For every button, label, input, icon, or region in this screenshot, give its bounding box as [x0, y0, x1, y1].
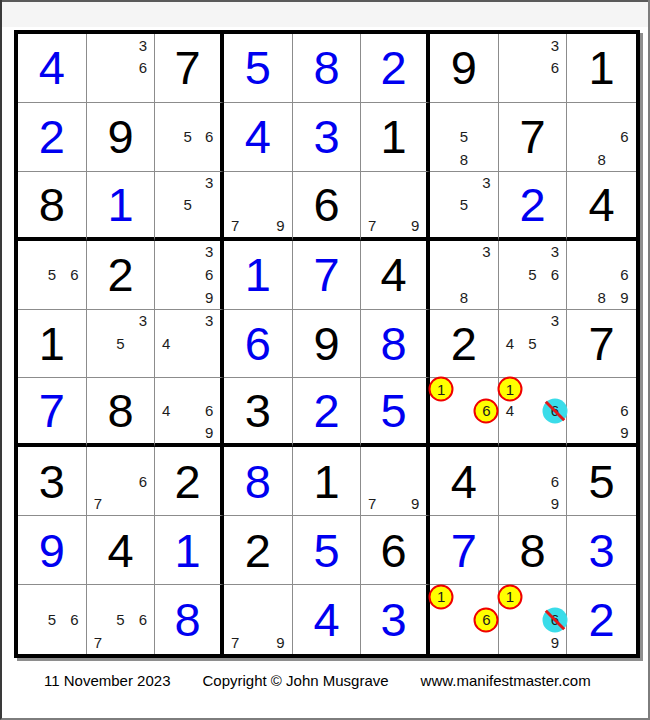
candidate-5: 5 — [521, 263, 544, 286]
empty-candidate-slot — [430, 215, 453, 237]
cell-r1c6[interactable]: 2 — [361, 34, 430, 103]
cell-r9c5[interactable]: 4 — [293, 585, 362, 654]
cell-r4c8[interactable]: 356 — [499, 241, 568, 310]
candidate-digit: 9 — [551, 634, 559, 651]
cell-r6c2[interactable]: 8 — [87, 378, 156, 447]
cell-r1c8[interactable]: 36 — [499, 34, 568, 103]
candidate-9: 9 — [198, 422, 220, 444]
candidate-digit: 9 — [276, 217, 284, 234]
empty-candidate-slot — [475, 263, 498, 286]
given-digit: 6 — [313, 181, 339, 228]
solved-digit: 8 — [175, 596, 201, 643]
empty-candidate-slot — [155, 263, 177, 286]
candidate-digit: 5 — [116, 335, 124, 352]
empty-candidate-slot — [269, 608, 292, 631]
candidate-digit: 9 — [620, 424, 628, 441]
empty-candidate-slot — [155, 215, 177, 237]
pencil-marks: 35 — [430, 172, 498, 237]
solved-digit: 3 — [381, 596, 407, 643]
cell-r8c4[interactable]: 2 — [224, 516, 293, 585]
cell-r4c9[interactable]: 689 — [567, 241, 636, 310]
empty-candidate-slot — [521, 422, 544, 444]
candidate-digit: 6 — [205, 128, 213, 145]
cell-r5c3[interactable]: 34 — [155, 310, 224, 379]
cell-r3c8[interactable]: 2 — [499, 172, 568, 241]
candidate-3: 3 — [544, 310, 567, 333]
cell-r8c6[interactable]: 6 — [361, 516, 430, 585]
candidate-9: 9 — [613, 422, 636, 444]
candidate-digit: 3 — [139, 37, 147, 54]
pencil-marks: 69 — [499, 447, 567, 515]
cell-r4c7[interactable]: 38 — [430, 241, 499, 310]
empty-candidate-slot — [155, 310, 177, 333]
cell-r8c8[interactable]: 8 — [499, 516, 568, 585]
cell-r7c4[interactable]: 8 — [224, 447, 293, 516]
candidate-digit: 7 — [94, 495, 102, 512]
empty-candidate-slot — [247, 193, 270, 215]
cell-r9c6[interactable]: 3 — [361, 585, 430, 654]
empty-candidate-slot — [475, 193, 498, 215]
cell-r6c5[interactable]: 2 — [293, 378, 362, 447]
candidate-digit: 9 — [620, 289, 628, 306]
cell-r6c8[interactable]: 146 — [499, 378, 568, 447]
empty-candidate-slot — [383, 493, 405, 516]
empty-candidate-slot — [453, 172, 476, 194]
cell-r4c3[interactable]: 369 — [155, 241, 224, 310]
cell-r8c5[interactable]: 5 — [293, 516, 362, 585]
empty-candidate-slot — [132, 332, 155, 355]
cell-r3c2[interactable]: 1 — [87, 172, 156, 241]
cell-r2c1[interactable]: 2 — [18, 103, 87, 172]
cell-r9c7[interactable]: 16 — [430, 585, 499, 654]
candidate-digit: 5 — [528, 266, 536, 283]
candidate-9: 9 — [404, 493, 426, 516]
cell-r4c6[interactable]: 4 — [361, 241, 430, 310]
empty-candidate-slot — [109, 34, 132, 57]
candidate-6: 6 — [198, 400, 220, 422]
empty-candidate-slot — [87, 57, 110, 80]
empty-candidate-slot — [383, 470, 405, 493]
candidate-digit: 4 — [506, 402, 514, 419]
empty-candidate-slot — [499, 447, 522, 470]
candidate-1: 1 — [499, 378, 522, 400]
cell-r3c9[interactable]: 4 — [567, 172, 636, 241]
cell-r1c5[interactable]: 8 — [293, 34, 362, 103]
given-digit: 4 — [107, 527, 133, 574]
candidate-digit: 5 — [48, 611, 56, 628]
cell-r8c3[interactable]: 1 — [155, 516, 224, 585]
cell-r5c9[interactable]: 7 — [567, 310, 636, 379]
candidate-digit: 7 — [368, 495, 376, 512]
solved-digit: 8 — [245, 458, 271, 505]
empty-candidate-slot — [521, 34, 544, 57]
candidate-4: 4 — [155, 400, 177, 422]
candidate-digit: 6 — [482, 402, 490, 419]
empty-candidate-slot — [453, 103, 476, 126]
empty-candidate-slot — [430, 193, 453, 215]
cell-r1c3[interactable]: 7 — [155, 34, 224, 103]
cell-r5c1[interactable]: 1 — [18, 310, 87, 379]
empty-candidate-slot — [404, 193, 426, 215]
empty-candidate-slot — [109, 470, 132, 493]
empty-candidate-slot — [177, 263, 199, 286]
candidate-digit: 9 — [205, 424, 213, 441]
empty-candidate-slot — [567, 400, 590, 422]
solved-digit: 3 — [589, 527, 615, 574]
cell-r7c7[interactable]: 4 — [430, 447, 499, 516]
cell-r8c7[interactable]: 7 — [430, 516, 499, 585]
empty-candidate-slot — [177, 332, 199, 355]
solved-digit: 7 — [451, 527, 477, 574]
empty-candidate-slot — [132, 79, 155, 102]
candidate-digit: 3 — [551, 312, 559, 329]
empty-candidate-slot — [453, 608, 476, 631]
cell-r9c9[interactable]: 2 — [567, 585, 636, 654]
empty-candidate-slot — [453, 422, 476, 444]
empty-candidate-slot — [41, 286, 64, 309]
empty-candidate-slot — [567, 378, 590, 400]
solved-digit: 3 — [313, 113, 339, 160]
candidate-digit: 6 — [139, 611, 147, 628]
candidate-3: 3 — [475, 241, 498, 264]
empty-candidate-slot — [87, 470, 110, 493]
solved-digit: 7 — [313, 251, 339, 298]
candidate-6: 6 — [198, 126, 220, 149]
pencil-marks: 56 — [155, 103, 220, 171]
empty-candidate-slot — [590, 400, 613, 422]
empty-candidate-slot — [109, 631, 132, 654]
cell-r4c1[interactable]: 56 — [18, 241, 87, 310]
empty-candidate-slot — [499, 608, 522, 631]
candidate-8: 8 — [453, 148, 476, 171]
cell-r9c1[interactable]: 56 — [18, 585, 87, 654]
cell-r5c8[interactable]: 345 — [499, 310, 568, 379]
pencil-marks: 16 — [430, 585, 498, 654]
candidate-4: 4 — [499, 332, 522, 355]
solved-digit: 1 — [175, 527, 201, 574]
cell-r2c8[interactable]: 7 — [499, 103, 568, 172]
solved-digit: 9 — [39, 527, 65, 574]
empty-candidate-slot — [155, 148, 177, 171]
empty-candidate-slot — [521, 608, 544, 631]
candidate-digit: 3 — [551, 37, 559, 54]
candidate-digit: 6 — [620, 128, 628, 145]
candidate-6: 6 — [544, 400, 567, 422]
candidate-9: 9 — [269, 631, 292, 654]
pencil-marks: 79 — [224, 172, 292, 237]
empty-candidate-slot — [430, 126, 453, 149]
pencil-marks: 69 — [567, 378, 636, 443]
empty-candidate-slot — [109, 57, 132, 80]
cell-r3c1[interactable]: 8 — [18, 172, 87, 241]
cell-r6c6[interactable]: 5 — [361, 378, 430, 447]
cell-r9c4[interactable]: 79 — [224, 585, 293, 654]
empty-candidate-slot — [499, 355, 522, 378]
empty-candidate-slot — [63, 585, 86, 608]
empty-candidate-slot — [87, 34, 110, 57]
empty-candidate-slot — [383, 193, 405, 215]
cell-r2c7[interactable]: 58 — [430, 103, 499, 172]
cell-r6c4[interactable]: 3 — [224, 378, 293, 447]
candidate-6: 6 — [613, 126, 636, 149]
candidate-5: 5 — [41, 608, 64, 631]
empty-candidate-slot — [177, 241, 199, 264]
candidate-digit: 6 — [482, 611, 490, 628]
empty-candidate-slot — [177, 148, 199, 171]
empty-candidate-slot — [453, 585, 476, 608]
cell-r4c5[interactable]: 7 — [293, 241, 362, 310]
empty-candidate-slot — [590, 126, 613, 149]
candidate-8: 8 — [590, 286, 613, 309]
cell-r2c5[interactable]: 3 — [293, 103, 362, 172]
empty-candidate-slot — [224, 585, 247, 608]
candidate-digit: 7 — [94, 634, 102, 651]
empty-candidate-slot — [41, 585, 64, 608]
candidate-digit: 7 — [368, 217, 376, 234]
cell-r7c9[interactable]: 5 — [567, 447, 636, 516]
empty-candidate-slot — [544, 355, 567, 378]
given-digit: 7 — [519, 113, 545, 160]
empty-candidate-slot — [430, 400, 453, 422]
cell-r5c2[interactable]: 35 — [87, 310, 156, 379]
cell-r2c2[interactable]: 9 — [87, 103, 156, 172]
cell-r7c2[interactable]: 67 — [87, 447, 156, 516]
empty-candidate-slot — [475, 126, 498, 149]
cell-r3c5[interactable]: 6 — [293, 172, 362, 241]
cell-r7c6[interactable]: 79 — [361, 447, 430, 516]
empty-candidate-slot — [430, 103, 453, 126]
pencil-marks: 369 — [155, 241, 220, 309]
empty-candidate-slot — [63, 631, 86, 654]
candidate-9: 9 — [613, 286, 636, 309]
candidate-digit: 8 — [597, 151, 605, 168]
empty-candidate-slot — [269, 585, 292, 608]
cell-r6c1[interactable]: 7 — [18, 378, 87, 447]
empty-candidate-slot — [499, 286, 522, 309]
cell-r3c3[interactable]: 35 — [155, 172, 224, 241]
pencil-marks: 35 — [87, 310, 155, 378]
empty-candidate-slot — [247, 631, 270, 654]
footer-date: 11 November 2023 — [44, 672, 170, 689]
given-digit: 9 — [451, 44, 477, 91]
candidate-5: 5 — [177, 126, 199, 149]
candidate-9: 9 — [544, 631, 567, 654]
empty-candidate-slot — [521, 585, 544, 608]
empty-candidate-slot — [544, 447, 567, 470]
given-digit: 2 — [451, 320, 477, 367]
empty-candidate-slot — [87, 608, 110, 631]
cell-r6c7[interactable]: 16 — [430, 378, 499, 447]
cell-r4c4[interactable]: 1 — [224, 241, 293, 310]
empty-candidate-slot — [475, 215, 498, 237]
cell-r6c9[interactable]: 69 — [567, 378, 636, 447]
candidate-8: 8 — [453, 286, 476, 309]
empty-candidate-slot — [132, 447, 155, 470]
empty-candidate-slot — [521, 631, 544, 654]
cell-r3c6[interactable]: 79 — [361, 172, 430, 241]
empty-candidate-slot — [87, 310, 110, 333]
candidate-digit: 6 — [205, 266, 213, 283]
pencil-marks: 79 — [361, 172, 426, 237]
pencil-marks: 79 — [361, 447, 426, 515]
given-digit: 7 — [175, 44, 201, 91]
cell-r8c9[interactable]: 3 — [567, 516, 636, 585]
candidate-digit: 8 — [597, 289, 605, 306]
empty-candidate-slot — [109, 447, 132, 470]
empty-candidate-slot — [109, 310, 132, 333]
solved-digit: 2 — [519, 181, 545, 228]
empty-candidate-slot — [177, 355, 199, 378]
candidate-digit: 3 — [205, 174, 213, 191]
cell-r1c2[interactable]: 36 — [87, 34, 156, 103]
empty-candidate-slot — [155, 172, 177, 194]
empty-candidate-slot — [198, 378, 220, 400]
given-digit: 8 — [39, 181, 65, 228]
pencil-marks: 58 — [430, 103, 498, 171]
solved-digit: 1 — [107, 181, 133, 228]
empty-candidate-slot — [247, 608, 270, 631]
cell-r7c1[interactable]: 3 — [18, 447, 87, 516]
cell-r4c2[interactable]: 2 — [87, 241, 156, 310]
candidate-digit: 3 — [482, 174, 490, 191]
empty-candidate-slot — [18, 631, 41, 654]
candidate-9: 9 — [198, 286, 220, 309]
cell-r1c4[interactable]: 5 — [224, 34, 293, 103]
given-digit: 9 — [107, 113, 133, 160]
cell-r2c4[interactable]: 4 — [224, 103, 293, 172]
candidate-digit: 7 — [231, 217, 239, 234]
candidate-3: 3 — [544, 34, 567, 57]
cell-r1c9[interactable]: 1 — [567, 34, 636, 103]
candidate-digit: 1 — [506, 588, 514, 605]
pencil-marks: 567 — [87, 585, 155, 654]
empty-candidate-slot — [567, 286, 590, 309]
candidate-9: 9 — [544, 493, 567, 516]
pencil-marks: 56 — [18, 585, 86, 654]
cell-r8c1[interactable]: 9 — [18, 516, 87, 585]
empty-candidate-slot — [177, 103, 199, 126]
solved-digit: 8 — [381, 320, 407, 367]
empty-candidate-slot — [499, 241, 522, 264]
candidate-5: 5 — [521, 332, 544, 355]
cell-r9c3[interactable]: 8 — [155, 585, 224, 654]
solved-digit: 4 — [313, 596, 339, 643]
pencil-marks: 169 — [499, 585, 567, 654]
candidate-6: 6 — [475, 400, 498, 422]
candidate-3: 3 — [132, 310, 155, 333]
pencil-marks: 35 — [155, 172, 220, 237]
cell-r1c7[interactable]: 9 — [430, 34, 499, 103]
candidate-digit: 6 — [205, 402, 213, 419]
given-digit: 8 — [519, 527, 545, 574]
cell-r2c6[interactable]: 1 — [361, 103, 430, 172]
candidate-digit: 5 — [460, 128, 468, 145]
candidate-5: 5 — [41, 263, 64, 286]
empty-candidate-slot — [613, 148, 636, 171]
cell-r9c2[interactable]: 567 — [87, 585, 156, 654]
cell-r5c6[interactable]: 8 — [361, 310, 430, 379]
empty-candidate-slot — [544, 378, 567, 400]
given-digit: 2 — [175, 458, 201, 505]
candidate-digit: 9 — [205, 289, 213, 306]
candidate-digit: 5 — [183, 128, 191, 145]
candidate-6: 6 — [544, 57, 567, 80]
cell-r3c4[interactable]: 79 — [224, 172, 293, 241]
cell-r3c7[interactable]: 35 — [430, 172, 499, 241]
pencil-marks: 34 — [155, 310, 220, 378]
empty-candidate-slot — [198, 355, 220, 378]
empty-candidate-slot — [87, 447, 110, 470]
empty-candidate-slot — [499, 310, 522, 333]
cell-r7c3[interactable]: 2 — [155, 447, 224, 516]
cell-r9c8[interactable]: 169 — [499, 585, 568, 654]
empty-candidate-slot — [430, 263, 453, 286]
pencil-marks: 36 — [87, 34, 155, 102]
empty-candidate-slot — [132, 355, 155, 378]
cell-r6c3[interactable]: 469 — [155, 378, 224, 447]
window-top-strip — [2, 0, 648, 27]
candidate-1: 1 — [430, 585, 453, 608]
candidate-5: 5 — [109, 332, 132, 355]
empty-candidate-slot — [155, 286, 177, 309]
candidate-6: 6 — [613, 263, 636, 286]
given-digit: 5 — [589, 458, 615, 505]
empty-candidate-slot — [521, 79, 544, 102]
empty-candidate-slot — [361, 470, 383, 493]
given-digit: 2 — [245, 527, 271, 574]
given-digit: 2 — [107, 251, 133, 298]
empty-candidate-slot — [87, 355, 110, 378]
cell-r1c1[interactable]: 4 — [18, 34, 87, 103]
empty-candidate-slot — [404, 470, 426, 493]
given-digit: 3 — [245, 387, 271, 434]
cell-r7c5[interactable]: 1 — [293, 447, 362, 516]
candidate-digit: 6 — [620, 402, 628, 419]
empty-candidate-slot — [499, 470, 522, 493]
cell-r5c7[interactable]: 2 — [430, 310, 499, 379]
empty-candidate-slot — [18, 608, 41, 631]
empty-candidate-slot — [521, 400, 544, 422]
candidate-7: 7 — [87, 493, 110, 516]
solved-digit: 4 — [245, 113, 271, 160]
empty-candidate-slot — [18, 585, 41, 608]
cell-r5c5[interactable]: 9 — [293, 310, 362, 379]
empty-candidate-slot — [430, 286, 453, 309]
cell-r5c4[interactable]: 6 — [224, 310, 293, 379]
pencil-marks: 79 — [224, 585, 292, 654]
cell-r8c2[interactable]: 4 — [87, 516, 156, 585]
candidate-6: 6 — [613, 400, 636, 422]
empty-candidate-slot — [613, 378, 636, 400]
candidate-digit: 3 — [205, 243, 213, 260]
empty-candidate-slot — [475, 631, 498, 654]
cell-r2c3[interactable]: 56 — [155, 103, 224, 172]
empty-candidate-slot — [521, 470, 544, 493]
candidate-digit: 8 — [460, 289, 468, 306]
empty-candidate-slot — [247, 172, 270, 194]
footer: 11 November 2023 Copyright © John Musgra… — [44, 672, 591, 689]
candidate-digit: 9 — [551, 495, 559, 512]
empty-candidate-slot — [475, 585, 498, 608]
candidate-digit: 3 — [139, 312, 147, 329]
empty-candidate-slot — [499, 631, 522, 654]
candidate-6: 6 — [63, 608, 86, 631]
solved-digit: 2 — [381, 44, 407, 91]
cell-r2c9[interactable]: 68 — [567, 103, 636, 172]
empty-candidate-slot — [521, 241, 544, 264]
given-digit: 1 — [313, 458, 339, 505]
cell-r7c8[interactable]: 69 — [499, 447, 568, 516]
